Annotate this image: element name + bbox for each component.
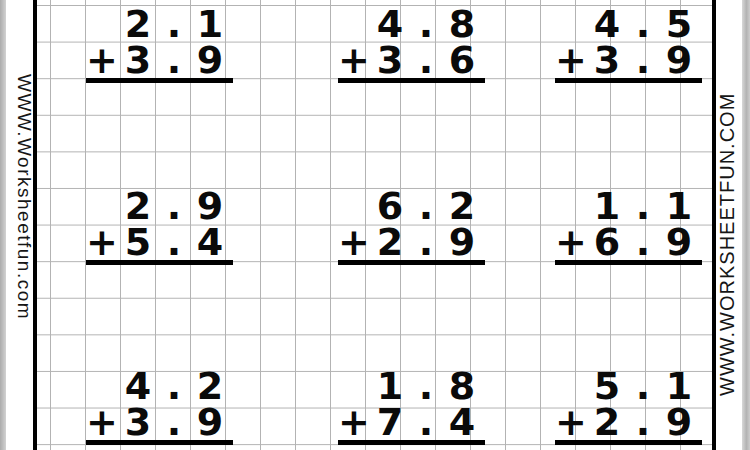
cell-bottom-tenths: 4 xyxy=(444,404,480,440)
decimal-point: . xyxy=(408,404,444,440)
cell-bottom-whole: 7 xyxy=(372,404,408,440)
cell-top-tenths: 5 xyxy=(661,6,697,42)
scan-edge-right xyxy=(742,0,750,450)
cell-blank xyxy=(84,188,120,224)
addend-top: 5 . 1 xyxy=(553,368,703,404)
cell-blank xyxy=(84,368,120,404)
decimal-point: . xyxy=(625,368,661,404)
decimal-point: . xyxy=(156,6,192,42)
cell-top-tenths: 2 xyxy=(444,188,480,224)
plus-sign: + xyxy=(336,224,372,260)
problem-5: 6 . 2 + 2 . 9 xyxy=(336,188,486,265)
problem-7: 4 . 2 + 3 . 9 xyxy=(84,368,234,445)
cell-top-whole: 6 xyxy=(372,188,408,224)
decimal-point: . xyxy=(408,42,444,78)
cell-top-tenths: 1 xyxy=(661,368,697,404)
cell-bottom-tenths: 6 xyxy=(444,42,480,78)
cell-top-whole: 5 xyxy=(589,368,625,404)
addend-bottom: + 2 . 9 xyxy=(553,404,703,440)
cell-bottom-whole: 3 xyxy=(120,404,156,440)
cell-top-whole: 4 xyxy=(372,6,408,42)
addend-top: 4 . 2 xyxy=(84,368,234,404)
decimal-point: . xyxy=(625,42,661,78)
plus-sign: + xyxy=(553,224,589,260)
cell-bottom-tenths: 9 xyxy=(661,224,697,260)
addend-top: 2 . 1 xyxy=(84,6,234,42)
addend-bottom: + 6 . 9 xyxy=(553,224,703,260)
cell-bottom-whole: 5 xyxy=(120,224,156,260)
cell-bottom-whole: 3 xyxy=(372,42,408,78)
addend-bottom: + 3 . 9 xyxy=(553,42,703,78)
cell-bottom-tenths: 9 xyxy=(192,404,228,440)
watermark-left: WWW.Worksheetfun.com xyxy=(10,74,35,349)
plus-sign: + xyxy=(336,42,372,78)
plus-sign: + xyxy=(553,42,589,78)
decimal-point: . xyxy=(156,404,192,440)
cell-blank xyxy=(553,6,589,42)
decimal-point: . xyxy=(156,368,192,404)
cell-bottom-tenths: 4 xyxy=(192,224,228,260)
cell-blank xyxy=(553,188,589,224)
addend-bottom: + 7 . 4 xyxy=(336,404,486,440)
addend-top: 1 . 1 xyxy=(553,188,703,224)
problem-4: 2 . 9 + 5 . 4 xyxy=(84,188,234,265)
cell-blank xyxy=(336,368,372,404)
cell-top-whole: 4 xyxy=(120,368,156,404)
problem-8: 1 . 8 + 7 . 4 xyxy=(336,368,486,445)
plus-sign: + xyxy=(84,404,120,440)
decimal-point: . xyxy=(625,188,661,224)
cell-top-whole: 1 xyxy=(372,368,408,404)
cell-blank xyxy=(84,6,120,42)
addend-bottom: + 3 . 6 xyxy=(336,42,486,78)
cell-top-tenths: 1 xyxy=(661,188,697,224)
decimal-point: . xyxy=(625,404,661,440)
decimal-point: . xyxy=(156,42,192,78)
cell-blank xyxy=(336,188,372,224)
decimal-point: . xyxy=(625,224,661,260)
problem-1: 2 . 1 + 3 . 9 xyxy=(84,6,234,83)
decimal-point: . xyxy=(408,224,444,260)
watermark-right: WWW.WORKSHEETFUN.COM xyxy=(716,96,743,396)
cell-top-whole: 2 xyxy=(120,6,156,42)
cell-bottom-whole: 3 xyxy=(589,42,625,78)
decimal-point: . xyxy=(408,188,444,224)
decimal-point: . xyxy=(408,368,444,404)
cell-top-whole: 1 xyxy=(589,188,625,224)
cell-bottom-tenths: 9 xyxy=(444,224,480,260)
cell-bottom-tenths: 9 xyxy=(661,42,697,78)
cell-bottom-whole: 6 xyxy=(589,224,625,260)
plus-sign: + xyxy=(84,42,120,78)
cell-bottom-whole: 3 xyxy=(120,42,156,78)
plus-sign: + xyxy=(336,404,372,440)
decimal-point: . xyxy=(156,188,192,224)
addend-bottom: + 3 . 9 xyxy=(84,404,234,440)
problem-6: 1 . 1 + 6 . 9 xyxy=(553,188,703,265)
problem-3: 4 . 5 + 3 . 9 xyxy=(553,6,703,83)
plus-sign: + xyxy=(84,224,120,260)
cell-bottom-tenths: 9 xyxy=(661,404,697,440)
cell-top-tenths: 9 xyxy=(192,188,228,224)
addend-top: 1 . 8 xyxy=(336,368,486,404)
cell-blank xyxy=(336,6,372,42)
worksheet-page: WWW.Worksheetfun.com WWW.WORKSHEETFUN.CO… xyxy=(0,0,750,450)
cell-top-tenths: 8 xyxy=(444,368,480,404)
decimal-point: . xyxy=(408,6,444,42)
problem-2: 4 . 8 + 3 . 6 xyxy=(336,6,486,83)
addend-top: 4 . 8 xyxy=(336,6,486,42)
decimal-point: . xyxy=(156,224,192,260)
cell-blank xyxy=(553,368,589,404)
cell-bottom-whole: 2 xyxy=(372,224,408,260)
addend-bottom: + 2 . 9 xyxy=(336,224,486,260)
cell-top-whole: 2 xyxy=(120,188,156,224)
cell-bottom-whole: 2 xyxy=(589,404,625,440)
addend-top: 2 . 9 xyxy=(84,188,234,224)
addend-top: 4 . 5 xyxy=(553,6,703,42)
cell-bottom-tenths: 9 xyxy=(192,42,228,78)
addend-bottom: + 3 . 9 xyxy=(84,42,234,78)
decimal-point: . xyxy=(625,6,661,42)
addend-top: 6 . 2 xyxy=(336,188,486,224)
scan-edge-left xyxy=(0,0,6,450)
plus-sign: + xyxy=(553,404,589,440)
problem-9: 5 . 1 + 2 . 9 xyxy=(553,368,703,445)
cell-top-tenths: 1 xyxy=(192,6,228,42)
cell-top-whole: 4 xyxy=(589,6,625,42)
cell-top-tenths: 8 xyxy=(444,6,480,42)
cell-top-tenths: 2 xyxy=(192,368,228,404)
addend-bottom: + 5 . 4 xyxy=(84,224,234,260)
